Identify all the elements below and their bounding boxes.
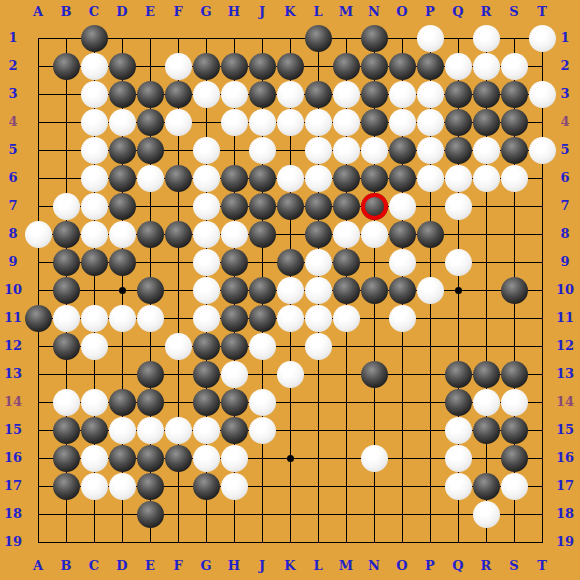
point-L15[interactable] [304, 416, 332, 444]
point-J6 [248, 164, 276, 192]
col-label-bottom-A: A [24, 556, 52, 576]
point-M17[interactable] [332, 472, 360, 500]
point-S6 [500, 164, 528, 192]
point-N17[interactable] [360, 472, 388, 500]
point-Q8[interactable] [444, 220, 472, 248]
stone-black-H12 [221, 333, 248, 360]
col-label-bottom-B: B [52, 556, 80, 576]
point-R9[interactable] [472, 248, 500, 276]
point-M19[interactable] [332, 528, 360, 556]
stone-white-C4 [81, 109, 108, 136]
point-B15 [52, 416, 80, 444]
point-R16[interactable] [472, 444, 500, 472]
point-L19[interactable] [304, 528, 332, 556]
point-T7[interactable] [528, 192, 556, 220]
point-F17[interactable] [164, 472, 192, 500]
point-J10 [248, 276, 276, 304]
point-S18[interactable] [500, 500, 528, 528]
point-E1[interactable] [136, 24, 164, 52]
point-J13[interactable] [248, 360, 276, 388]
stone-white-J14 [249, 389, 276, 416]
stone-black-Q5 [445, 137, 472, 164]
stone-white-L11 [305, 305, 332, 332]
point-S12[interactable] [500, 332, 528, 360]
point-A5[interactable] [24, 136, 52, 164]
stone-white-L4 [305, 109, 332, 136]
stone-black-B9 [53, 249, 80, 276]
stone-white-C11 [81, 305, 108, 332]
point-B16 [52, 444, 80, 472]
point-P17[interactable] [416, 472, 444, 500]
point-D13[interactable] [108, 360, 136, 388]
stone-white-C8 [81, 221, 108, 248]
point-O17[interactable] [388, 472, 416, 500]
stone-black-E18 [137, 501, 164, 528]
point-N18[interactable] [360, 500, 388, 528]
point-Q12[interactable] [444, 332, 472, 360]
point-H5[interactable] [220, 136, 248, 164]
point-S1[interactable] [500, 24, 528, 52]
point-A15[interactable] [24, 416, 52, 444]
point-O1[interactable] [388, 24, 416, 52]
point-O7 [388, 192, 416, 220]
stone-black-H2 [221, 53, 248, 80]
stone-black-O6 [389, 165, 416, 192]
point-C15 [80, 416, 108, 444]
stone-white-R2 [473, 53, 500, 80]
stone-white-M4 [333, 109, 360, 136]
point-N11[interactable] [360, 304, 388, 332]
col-label-top-F: F [164, 2, 192, 22]
stone-white-T3 [529, 81, 556, 108]
point-O15[interactable] [388, 416, 416, 444]
point-Q11[interactable] [444, 304, 472, 332]
point-D1[interactable] [108, 24, 136, 52]
point-D12[interactable] [108, 332, 136, 360]
point-D10[interactable] [108, 276, 136, 304]
stone-white-R1 [473, 25, 500, 52]
stone-black-H7 [221, 193, 248, 220]
point-N15[interactable] [360, 416, 388, 444]
point-G4[interactable] [192, 108, 220, 136]
point-H18[interactable] [220, 500, 248, 528]
col-label-top-A: A [24, 2, 52, 22]
stone-white-H13 [221, 361, 248, 388]
point-G19[interactable] [192, 528, 220, 556]
point-M18[interactable] [332, 500, 360, 528]
point-T5 [528, 136, 556, 164]
point-A12[interactable] [24, 332, 52, 360]
point-E6 [136, 164, 164, 192]
stone-black-C9 [81, 249, 108, 276]
point-F16 [164, 444, 192, 472]
col-label-top-O: O [388, 2, 416, 22]
stone-white-D8 [109, 221, 136, 248]
point-P13[interactable] [416, 360, 444, 388]
point-F10[interactable] [164, 276, 192, 304]
stone-white-H8 [221, 221, 248, 248]
point-A1[interactable] [24, 24, 52, 52]
point-R11[interactable] [472, 304, 500, 332]
stone-white-R5 [473, 137, 500, 164]
point-D19[interactable] [108, 528, 136, 556]
point-K11 [276, 304, 304, 332]
point-O18[interactable] [388, 500, 416, 528]
point-A18[interactable] [24, 500, 52, 528]
col-label-bottom-C: C [80, 556, 108, 576]
stone-white-G7 [193, 193, 220, 220]
point-P15[interactable] [416, 416, 444, 444]
stone-white-Q16 [445, 445, 472, 472]
point-M15[interactable] [332, 416, 360, 444]
point-P18[interactable] [416, 500, 444, 528]
point-J16[interactable] [248, 444, 276, 472]
stone-white-C2 [81, 53, 108, 80]
point-A6[interactable] [24, 164, 52, 192]
point-T12[interactable] [528, 332, 556, 360]
point-T10[interactable] [528, 276, 556, 304]
point-P7[interactable] [416, 192, 444, 220]
point-P14[interactable] [416, 388, 444, 416]
point-E5 [136, 136, 164, 164]
point-A9[interactable] [24, 248, 52, 276]
point-O16[interactable] [388, 444, 416, 472]
point-K14[interactable] [276, 388, 304, 416]
stone-black-B2 [53, 53, 80, 80]
point-L9 [304, 248, 332, 276]
point-G3 [192, 80, 220, 108]
point-M12[interactable] [332, 332, 360, 360]
point-T11[interactable] [528, 304, 556, 332]
point-S3 [500, 80, 528, 108]
point-A10[interactable] [24, 276, 52, 304]
col-label-top-M: M [332, 2, 360, 22]
point-B1[interactable] [52, 24, 80, 52]
point-K19[interactable] [276, 528, 304, 556]
point-T2[interactable] [528, 52, 556, 80]
stone-black-O8 [389, 221, 416, 248]
stone-black-J10 [249, 277, 276, 304]
stone-white-O4 [389, 109, 416, 136]
point-D18[interactable] [108, 500, 136, 528]
point-C18[interactable] [80, 500, 108, 528]
point-O12[interactable] [388, 332, 416, 360]
point-L13[interactable] [304, 360, 332, 388]
stone-black-J11 [249, 305, 276, 332]
col-label-top-E: E [136, 2, 164, 22]
point-E15 [136, 416, 164, 444]
point-L16[interactable] [304, 444, 332, 472]
point-F19[interactable] [164, 528, 192, 556]
point-S11[interactable] [500, 304, 528, 332]
point-O8 [388, 220, 416, 248]
point-G18[interactable] [192, 500, 220, 528]
point-G1[interactable] [192, 24, 220, 52]
point-Q18[interactable] [444, 500, 472, 528]
point-N12[interactable] [360, 332, 388, 360]
point-T4[interactable] [528, 108, 556, 136]
point-K17[interactable] [276, 472, 304, 500]
col-label-top-Q: Q [444, 2, 472, 22]
point-M14[interactable] [332, 388, 360, 416]
point-T9[interactable] [528, 248, 556, 276]
point-L17[interactable] [304, 472, 332, 500]
point-Q9 [444, 248, 472, 276]
point-N5 [360, 136, 388, 164]
point-T18[interactable] [528, 500, 556, 528]
point-G15 [192, 416, 220, 444]
point-T15[interactable] [528, 416, 556, 444]
point-H19[interactable] [220, 528, 248, 556]
point-B6[interactable] [52, 164, 80, 192]
point-P16[interactable] [416, 444, 444, 472]
point-L6 [304, 164, 332, 192]
point-S10 [500, 276, 528, 304]
stone-white-B11 [53, 305, 80, 332]
point-K18[interactable] [276, 500, 304, 528]
point-R8[interactable] [472, 220, 500, 248]
stone-white-O11 [389, 305, 416, 332]
point-E9[interactable] [136, 248, 164, 276]
point-N9[interactable] [360, 248, 388, 276]
stone-white-C17 [81, 473, 108, 500]
stone-white-G3 [193, 81, 220, 108]
point-O11 [388, 304, 416, 332]
point-K15[interactable] [276, 416, 304, 444]
point-F7[interactable] [164, 192, 192, 220]
point-O19[interactable] [388, 528, 416, 556]
point-L1 [304, 24, 332, 52]
point-F8 [164, 220, 192, 248]
point-T19[interactable] [528, 528, 556, 556]
stone-white-M11 [333, 305, 360, 332]
stone-white-J4 [249, 109, 276, 136]
point-F9[interactable] [164, 248, 192, 276]
stone-black-M9 [333, 249, 360, 276]
point-Q14 [444, 388, 472, 416]
row-label-left-13: 13 [0, 364, 26, 384]
point-N8 [360, 220, 388, 248]
point-O9 [388, 248, 416, 276]
point-S7[interactable] [500, 192, 528, 220]
point-O13[interactable] [388, 360, 416, 388]
point-A17[interactable] [24, 472, 52, 500]
stone-white-Q9 [445, 249, 472, 276]
point-P12[interactable] [416, 332, 444, 360]
col-label-bottom-D: D [108, 556, 136, 576]
point-C8 [80, 220, 108, 248]
point-J17[interactable] [248, 472, 276, 500]
point-C3 [80, 80, 108, 108]
point-Q10[interactable] [444, 276, 472, 304]
point-A2[interactable] [24, 52, 52, 80]
point-M16[interactable] [332, 444, 360, 472]
point-B4[interactable] [52, 108, 80, 136]
point-A13[interactable] [24, 360, 52, 388]
point-F5[interactable] [164, 136, 192, 164]
point-C10[interactable] [80, 276, 108, 304]
point-B14 [52, 388, 80, 416]
point-B13[interactable] [52, 360, 80, 388]
point-S9[interactable] [500, 248, 528, 276]
point-F14[interactable] [164, 388, 192, 416]
stone-white-L9 [305, 249, 332, 276]
point-G6 [192, 164, 220, 192]
col-label-bottom-F: F [164, 556, 192, 576]
point-B5[interactable] [52, 136, 80, 164]
point-T16[interactable] [528, 444, 556, 472]
col-label-top-C: C [80, 2, 108, 22]
point-F3 [164, 80, 192, 108]
point-M8 [332, 220, 360, 248]
stone-black-N1 [361, 25, 388, 52]
point-G10 [192, 276, 220, 304]
point-B18[interactable] [52, 500, 80, 528]
point-N14[interactable] [360, 388, 388, 416]
stone-white-Q6 [445, 165, 472, 192]
stone-white-P1 [417, 25, 444, 52]
stone-white-C7 [81, 193, 108, 220]
stone-black-Q4 [445, 109, 472, 136]
point-K1[interactable] [276, 24, 304, 52]
stone-black-O5 [389, 137, 416, 164]
point-E19[interactable] [136, 528, 164, 556]
point-K16[interactable] [276, 444, 304, 472]
point-S8[interactable] [500, 220, 528, 248]
point-A14[interactable] [24, 388, 52, 416]
stone-black-S16 [501, 445, 528, 472]
point-T13[interactable] [528, 360, 556, 388]
point-J9[interactable] [248, 248, 276, 276]
point-A4[interactable] [24, 108, 52, 136]
point-F1[interactable] [164, 24, 192, 52]
point-Q15 [444, 416, 472, 444]
point-B12 [52, 332, 80, 360]
last-move-marker [361, 193, 388, 220]
point-R19[interactable] [472, 528, 500, 556]
row-label-left-5: 5 [0, 140, 26, 160]
point-P11[interactable] [416, 304, 444, 332]
point-L18[interactable] [304, 500, 332, 528]
point-H1[interactable] [220, 24, 248, 52]
point-R7[interactable] [472, 192, 500, 220]
point-C17 [80, 472, 108, 500]
point-M13[interactable] [332, 360, 360, 388]
point-E12[interactable] [136, 332, 164, 360]
stone-black-Q13 [445, 361, 472, 388]
stone-white-O7 [389, 193, 416, 220]
stone-black-D3 [109, 81, 136, 108]
point-S19[interactable] [500, 528, 528, 556]
stone-white-T1 [529, 25, 556, 52]
point-T14[interactable] [528, 388, 556, 416]
point-O14[interactable] [388, 388, 416, 416]
stone-white-F15 [165, 417, 192, 444]
col-label-bottom-S: S [500, 556, 528, 576]
point-B19[interactable] [52, 528, 80, 556]
point-A3[interactable] [24, 80, 52, 108]
col-label-bottom-T: T [528, 556, 556, 576]
point-C19[interactable] [80, 528, 108, 556]
point-J7 [248, 192, 276, 220]
point-J18[interactable] [248, 500, 276, 528]
point-J2 [248, 52, 276, 80]
point-P9[interactable] [416, 248, 444, 276]
point-M1[interactable] [332, 24, 360, 52]
point-L2[interactable] [304, 52, 332, 80]
point-K12[interactable] [276, 332, 304, 360]
row-label-left-9: 9 [0, 252, 26, 272]
col-label-top-D: D [108, 2, 136, 22]
point-P5 [416, 136, 444, 164]
point-C13[interactable] [80, 360, 108, 388]
point-P4 [416, 108, 444, 136]
stone-black-E8 [137, 221, 164, 248]
stone-black-M7 [333, 193, 360, 220]
point-D5 [108, 136, 136, 164]
point-T8[interactable] [528, 220, 556, 248]
point-H11 [220, 304, 248, 332]
point-O3 [388, 80, 416, 108]
point-P19[interactable] [416, 528, 444, 556]
stone-white-G15 [193, 417, 220, 444]
point-A16[interactable] [24, 444, 52, 472]
point-C5 [80, 136, 108, 164]
point-F4 [164, 108, 192, 136]
point-N19[interactable] [360, 528, 388, 556]
point-F12 [164, 332, 192, 360]
stone-white-D15 [109, 417, 136, 444]
stone-white-H4 [221, 109, 248, 136]
point-C16 [80, 444, 108, 472]
point-J1[interactable] [248, 24, 276, 52]
point-R3 [472, 80, 500, 108]
stone-white-D17 [109, 473, 136, 500]
point-P8 [416, 220, 444, 248]
stone-black-F6 [165, 165, 192, 192]
point-A19[interactable] [24, 528, 52, 556]
point-K10 [276, 276, 304, 304]
point-F18[interactable] [164, 500, 192, 528]
point-T17[interactable] [528, 472, 556, 500]
stone-white-G16 [193, 445, 220, 472]
point-E7[interactable] [136, 192, 164, 220]
point-K8[interactable] [276, 220, 304, 248]
point-H13 [220, 360, 248, 388]
point-B3[interactable] [52, 80, 80, 108]
point-P10 [416, 276, 444, 304]
col-label-bottom-H: H [220, 556, 248, 576]
point-B17 [52, 472, 80, 500]
point-F11[interactable] [164, 304, 192, 332]
point-J19[interactable] [248, 528, 276, 556]
col-label-top-R: R [472, 2, 500, 22]
point-K5[interactable] [276, 136, 304, 164]
point-R10[interactable] [472, 276, 500, 304]
point-R12[interactable] [472, 332, 500, 360]
point-T6[interactable] [528, 164, 556, 192]
point-E2[interactable] [136, 52, 164, 80]
point-A7[interactable] [24, 192, 52, 220]
point-L14[interactable] [304, 388, 332, 416]
stone-white-J5 [249, 137, 276, 164]
point-R13 [472, 360, 500, 388]
point-F13[interactable] [164, 360, 192, 388]
point-D14 [108, 388, 136, 416]
point-Q1[interactable] [444, 24, 472, 52]
point-M7 [332, 192, 360, 220]
point-Q19[interactable] [444, 528, 472, 556]
